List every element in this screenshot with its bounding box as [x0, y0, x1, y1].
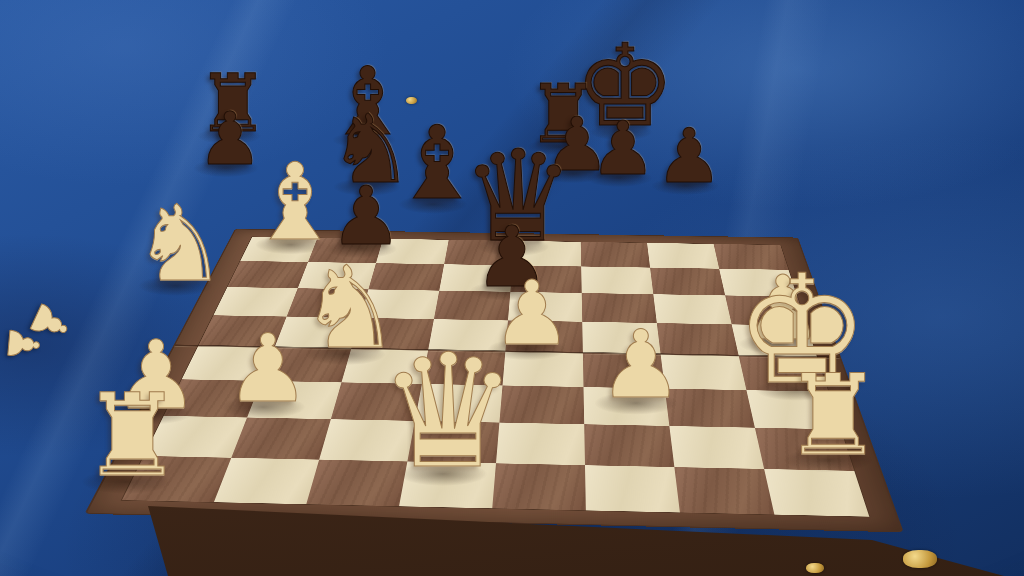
piece-white-pawn-b2[interactable]: ♟ — [226, 322, 310, 416]
piece-black-pawn-g7[interactable]: ♟ — [590, 111, 656, 185]
front-clasp-brass — [903, 550, 937, 568]
square-f2[interactable] — [584, 424, 674, 467]
piece-white-bishop-c5[interactable]: ♝ — [247, 150, 342, 256]
square-g1[interactable] — [674, 467, 774, 514]
square-b1[interactable] — [214, 458, 319, 504]
front-hinge-brass — [806, 563, 824, 573]
square-b2[interactable] — [231, 418, 331, 460]
photo-canvas: ♚♜♝♜♟♟♟♟♞♝♝♛♟♞♟♟♟♞♚♟♟♟♜♛♜♟♟♟ — [0, 0, 1024, 576]
piece-black-pawn-h7[interactable]: ♟ — [655, 119, 722, 194]
square-f1[interactable] — [585, 465, 680, 512]
piece-white-rook-h1[interactable]: ♜ — [783, 359, 883, 471]
square-g8[interactable] — [647, 243, 719, 269]
far-hinge-brass — [406, 97, 417, 104]
square-g2[interactable] — [669, 426, 764, 469]
piece-white-rook-a1[interactable]: ♜ — [81, 379, 183, 493]
square-f8[interactable] — [581, 242, 650, 268]
square-g7[interactable] — [650, 268, 725, 296]
captured-white-pawn-1[interactable]: ♟ — [21, 295, 80, 352]
piece-white-queen-d1[interactable]: ♛ — [378, 333, 519, 490]
captured-white-pawn-3[interactable]: ♟ — [552, 571, 590, 576]
square-a7[interactable] — [227, 261, 308, 288]
piece-white-knight-a4[interactable]: ♞ — [133, 192, 227, 297]
captured-white-pawn-2[interactable]: ♟ — [0, 323, 45, 364]
square-f7[interactable] — [581, 266, 653, 294]
piece-white-pawn-f2[interactable]: ♟ — [599, 318, 683, 412]
